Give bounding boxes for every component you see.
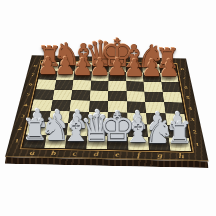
square-d7 (91, 71, 109, 81)
board-face: abcdefgh1234567812345678 (5, 55, 209, 161)
rank-label-left-2: 2 (17, 125, 22, 130)
board-grid (23, 61, 191, 150)
square-f8 (125, 63, 142, 72)
square-a8 (40, 61, 59, 70)
file-label-h: h (178, 152, 185, 160)
square-b6 (54, 80, 73, 90)
rank-label-left-6: 6 (28, 82, 33, 86)
rank-label-left-5: 5 (26, 92, 31, 97)
square-a6 (36, 79, 56, 89)
square-c2 (67, 123, 88, 136)
square-f5 (126, 91, 145, 102)
square-a7 (38, 70, 57, 80)
square-b7 (56, 71, 75, 81)
rank-label-left-1: 1 (14, 138, 20, 144)
square-d1 (86, 136, 107, 150)
rank-label-left-7: 7 (31, 73, 35, 77)
square-h1 (168, 137, 191, 151)
file-label-e: e (115, 150, 120, 158)
square-d6 (90, 81, 108, 91)
square-g1 (148, 137, 170, 151)
square-e5 (108, 91, 127, 102)
square-g6 (143, 82, 162, 92)
square-c5 (71, 90, 90, 101)
rank-label-right-2: 2 (192, 129, 197, 135)
square-d2 (87, 123, 108, 136)
rank-label-left-4: 4 (23, 102, 28, 107)
chess-board: abcdefgh1234567812345678 (18, 11, 197, 190)
square-a4 (31, 99, 52, 110)
square-e8 (109, 63, 126, 72)
square-d5 (89, 90, 108, 101)
file-label-g: g (157, 151, 163, 159)
square-c6 (72, 80, 91, 90)
square-g7 (143, 72, 161, 82)
square-c8 (74, 62, 92, 71)
square-c4 (70, 100, 90, 111)
square-f3 (127, 112, 147, 124)
square-g3 (146, 113, 167, 125)
square-f7 (126, 72, 144, 82)
rank-label-right-5: 5 (186, 95, 191, 100)
rank-label-right-8: 8 (180, 67, 184, 71)
square-d8 (92, 63, 109, 72)
square-b2 (46, 122, 68, 135)
square-c7 (73, 71, 91, 81)
square-f2 (127, 124, 148, 137)
square-f6 (126, 81, 144, 91)
square-d3 (88, 112, 108, 124)
square-b8 (57, 62, 75, 71)
square-h2 (167, 125, 189, 138)
square-a1 (23, 134, 46, 148)
square-c3 (68, 111, 89, 123)
rank-label-right-1: 1 (195, 141, 200, 147)
square-f4 (127, 101, 146, 112)
square-h7 (160, 73, 179, 83)
chess-set-photo: abcdefgh1234567812345678 ♜♞♝♛♚♝♞♜♟♟♟♟♟♟♟… (0, 0, 216, 216)
file-label-d: d (94, 150, 99, 158)
file-label-b: b (51, 149, 57, 157)
square-d4 (89, 101, 108, 112)
square-g8 (142, 64, 160, 73)
square-h3 (165, 113, 186, 125)
square-e4 (108, 101, 127, 112)
square-a5 (34, 89, 54, 100)
file-label-c: c (72, 150, 77, 158)
square-b5 (52, 90, 72, 101)
square-e7 (108, 72, 126, 82)
square-a3 (29, 110, 51, 122)
file-label-f: f (137, 151, 141, 159)
square-b3 (48, 111, 69, 123)
square-e3 (108, 112, 128, 124)
square-a2 (26, 122, 48, 135)
square-c1 (65, 135, 87, 149)
square-g2 (147, 124, 168, 137)
square-h6 (161, 82, 180, 92)
rank-label-right-6: 6 (184, 85, 188, 89)
square-f1 (128, 136, 149, 150)
file-label-a: a (29, 149, 36, 157)
rank-label-left-3: 3 (20, 113, 25, 118)
square-h4 (164, 102, 185, 113)
square-g5 (144, 91, 163, 102)
square-e2 (107, 124, 127, 137)
rank-label-left-8: 8 (33, 64, 37, 68)
square-h5 (162, 92, 182, 103)
rank-label-right-7: 7 (182, 76, 186, 80)
square-e6 (108, 81, 126, 91)
rank-label-right-3: 3 (190, 117, 195, 122)
rank-label-right-4: 4 (188, 106, 193, 111)
square-e1 (107, 136, 128, 150)
square-b4 (50, 100, 70, 111)
square-h8 (159, 64, 177, 73)
square-b1 (44, 135, 67, 149)
square-g4 (145, 102, 165, 113)
